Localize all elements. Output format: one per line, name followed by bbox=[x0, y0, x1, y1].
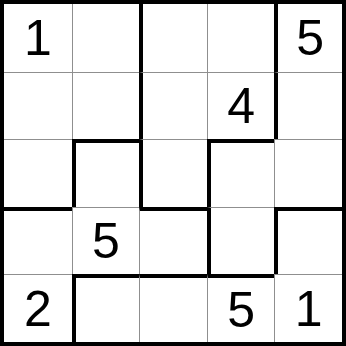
cell-r5c5: 1 bbox=[274, 274, 342, 342]
given-digit: 1 bbox=[24, 13, 52, 63]
cell-r2c2[interactable] bbox=[72, 72, 140, 140]
cell-r3c4[interactable] bbox=[207, 139, 275, 207]
cell-r1c5: 5 bbox=[274, 4, 342, 72]
cell-r1c1: 1 bbox=[4, 4, 72, 72]
cell-r5c3[interactable] bbox=[139, 274, 207, 342]
cell-r5c1: 2 bbox=[4, 274, 72, 342]
given-digit: 5 bbox=[227, 285, 255, 335]
cell-r2c5[interactable] bbox=[274, 72, 342, 140]
cell-r3c2[interactable] bbox=[72, 139, 140, 207]
cell-r4c5[interactable] bbox=[274, 207, 342, 275]
cell-r2c4: 4 bbox=[207, 72, 275, 140]
cell-r4c3[interactable] bbox=[139, 207, 207, 275]
cell-r3c1[interactable] bbox=[4, 139, 72, 207]
given-digit: 1 bbox=[295, 284, 323, 334]
cell-r4c4[interactable] bbox=[207, 207, 275, 275]
cell-r4c1[interactable] bbox=[4, 207, 72, 275]
cell-r4c2: 5 bbox=[72, 207, 140, 275]
cell-r5c2[interactable] bbox=[72, 274, 140, 342]
cell-r1c3[interactable] bbox=[139, 4, 207, 72]
given-digit: 5 bbox=[92, 216, 120, 266]
cell-r3c3[interactable] bbox=[139, 139, 207, 207]
given-digit: 4 bbox=[227, 81, 255, 131]
suguru-board: 1545251 bbox=[0, 0, 346, 346]
given-digit: 2 bbox=[24, 284, 52, 334]
cell-r5c4: 5 bbox=[207, 274, 275, 342]
cell-r2c3[interactable] bbox=[139, 72, 207, 140]
cell-r3c5[interactable] bbox=[274, 139, 342, 207]
cell-r1c4[interactable] bbox=[207, 4, 275, 72]
cell-r2c1[interactable] bbox=[4, 72, 72, 140]
puzzle-grid: 1545251 bbox=[4, 4, 342, 342]
given-digit: 5 bbox=[296, 13, 324, 63]
cell-r1c2[interactable] bbox=[72, 4, 140, 72]
